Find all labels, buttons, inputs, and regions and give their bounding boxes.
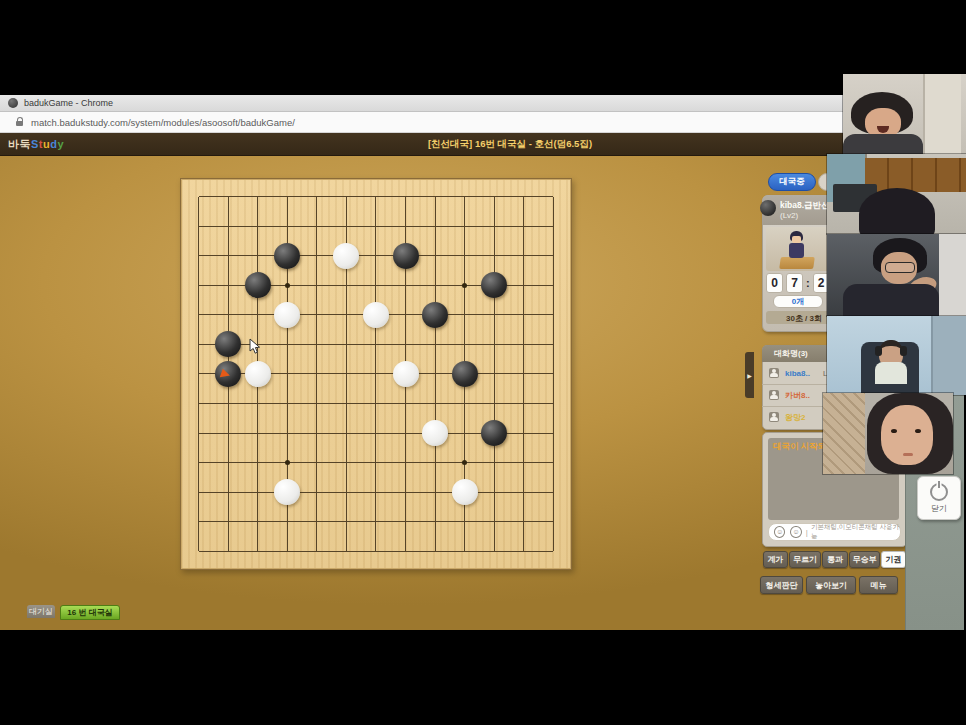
- person-body: [843, 284, 939, 316]
- board-cell[interactable]: [361, 536, 391, 566]
- board-cell[interactable]: [479, 212, 509, 242]
- board-cell[interactable]: [184, 212, 214, 242]
- board-cell[interactable]: [509, 507, 539, 537]
- cabinets: [865, 158, 966, 192]
- board-cell[interactable]: [332, 536, 362, 566]
- board-cell[interactable]: [538, 212, 568, 242]
- board-cell[interactable]: [302, 477, 332, 507]
- smiley-icon[interactable]: ☺: [790, 526, 801, 538]
- board-cell[interactable]: [302, 271, 332, 301]
- timer-digit: 7: [786, 273, 803, 293]
- board-cell[interactable]: [184, 477, 214, 507]
- board-cell[interactable]: [332, 212, 362, 242]
- board-cell[interactable]: [361, 359, 391, 389]
- url-bar[interactable]: match.badukstudy.com/system/modules/asoo…: [0, 112, 963, 133]
- board-cell[interactable]: [243, 477, 273, 507]
- person-body: [875, 362, 907, 384]
- board-cell[interactable]: [302, 389, 332, 419]
- tab-ingame[interactable]: 대국중: [768, 173, 816, 191]
- board-cell[interactable]: [420, 418, 450, 448]
- board-cell[interactable]: [243, 241, 273, 271]
- board-cell[interactable]: [420, 536, 450, 566]
- power-icon: [930, 483, 948, 501]
- go-board: [180, 178, 572, 570]
- window-title: badukGame - Chrome: [24, 98, 113, 108]
- black-stone: [452, 361, 478, 387]
- person-mouth: [903, 453, 913, 456]
- black-stone: [274, 243, 300, 269]
- board-cell[interactable]: [273, 212, 303, 242]
- board-cell[interactable]: [184, 330, 214, 360]
- board-cell[interactable]: [273, 477, 303, 507]
- board-cell[interactable]: [302, 330, 332, 360]
- board-cell[interactable]: [332, 300, 362, 330]
- participant-name: kiba8..: [785, 369, 823, 378]
- board-cell[interactable]: [420, 389, 450, 419]
- white-stone: [245, 361, 271, 387]
- smiley-icon[interactable]: ☺: [774, 526, 785, 538]
- board-cell[interactable]: [214, 536, 244, 566]
- board-cell[interactable]: [302, 507, 332, 537]
- webcam-feed-4: [827, 316, 966, 395]
- board-cell[interactable]: [479, 182, 509, 212]
- board-cell[interactable]: [509, 477, 539, 507]
- captures-badge: 0개: [773, 295, 823, 308]
- black-stone-indicator-icon: [760, 200, 776, 216]
- board-cell[interactable]: [184, 507, 214, 537]
- white-stone: [393, 361, 419, 387]
- board-cell[interactable]: [391, 448, 421, 478]
- person-icon: [769, 368, 779, 378]
- board-cell[interactable]: [273, 389, 303, 419]
- board-cell[interactable]: [214, 241, 244, 271]
- board-cell[interactable]: [391, 330, 421, 360]
- white-stone: [452, 479, 478, 505]
- board-cell[interactable]: [479, 300, 509, 330]
- board-cell[interactable]: [273, 507, 303, 537]
- board-cell[interactable]: [420, 271, 450, 301]
- star-point: [462, 283, 467, 288]
- board-cell[interactable]: [509, 359, 539, 389]
- board-cell[interactable]: [479, 418, 509, 448]
- person-face: [881, 405, 933, 465]
- white-stone: [274, 479, 300, 505]
- black-stone: [393, 243, 419, 269]
- board-cell[interactable]: [302, 241, 332, 271]
- glasses: [885, 262, 915, 273]
- black-stone: [215, 331, 241, 357]
- board-cell[interactable]: [214, 359, 244, 389]
- headphones: [875, 346, 882, 356]
- board-cell[interactable]: [420, 507, 450, 537]
- board-cell[interactable]: [361, 330, 391, 360]
- board-cell[interactable]: [450, 212, 480, 242]
- lock-icon: [16, 121, 23, 126]
- board-cell[interactable]: [538, 389, 568, 419]
- chat-input[interactable]: ☺ ☺ | 기본채팅,이모티콘채팅 사용가능: [768, 523, 901, 541]
- draw-button[interactable]: 무승부: [849, 551, 880, 568]
- board-cell[interactable]: [184, 389, 214, 419]
- window-titlebar[interactable]: badukGame - Chrome: [0, 95, 963, 112]
- board-cell[interactable]: [332, 477, 362, 507]
- board-cell[interactable]: [302, 536, 332, 566]
- board-cell[interactable]: [479, 359, 509, 389]
- byoyomi-text: 30초 / 3회: [786, 313, 822, 324]
- board-cell[interactable]: [509, 448, 539, 478]
- board-cell[interactable]: [391, 359, 421, 389]
- door: [923, 74, 961, 154]
- board-cell[interactable]: [361, 418, 391, 448]
- board-cell[interactable]: [420, 241, 450, 271]
- board-cell[interactable]: [420, 477, 450, 507]
- board-cell[interactable]: [361, 241, 391, 271]
- board-cell[interactable]: [479, 241, 509, 271]
- board-cell[interactable]: [184, 241, 214, 271]
- participants-title: 대화명(3): [774, 348, 808, 359]
- board-cell[interactable]: [509, 182, 539, 212]
- board-cell[interactable]: [332, 241, 362, 271]
- player-level: (Lv2): [780, 211, 798, 220]
- board-cell[interactable]: [332, 418, 362, 448]
- board-cell[interactable]: [214, 477, 244, 507]
- board-cell[interactable]: [391, 212, 421, 242]
- panel-collapse-handle[interactable]: ▶: [745, 352, 754, 398]
- person-hair: [859, 188, 935, 234]
- board-cell[interactable]: [184, 271, 214, 301]
- person-icon: [769, 390, 779, 400]
- board-cell[interactable]: [243, 271, 273, 301]
- board-cell[interactable]: [450, 448, 480, 478]
- board-cell[interactable]: [450, 271, 480, 301]
- board-cell[interactable]: [391, 300, 421, 330]
- board-cell[interactable]: [273, 359, 303, 389]
- board-cell[interactable]: [332, 182, 362, 212]
- tab-game-room-16[interactable]: 16 번 대국실: [60, 605, 120, 620]
- board-cell[interactable]: [243, 212, 273, 242]
- board-cell[interactable]: [214, 182, 244, 212]
- board-cell[interactable]: [214, 418, 244, 448]
- board-cell[interactable]: [332, 271, 362, 301]
- board-cell[interactable]: [538, 359, 568, 389]
- timer-colon: :: [806, 277, 810, 289]
- board-cell[interactable]: [302, 359, 332, 389]
- board-cell[interactable]: [420, 212, 450, 242]
- board-cell[interactable]: [538, 300, 568, 330]
- screen: badukGame - Chrome match.badukstudy.com/…: [0, 0, 966, 725]
- board-cell[interactable]: [420, 359, 450, 389]
- board-cell[interactable]: [450, 536, 480, 566]
- board-cell[interactable]: [509, 536, 539, 566]
- board-cell[interactable]: [509, 418, 539, 448]
- avatar-face: [792, 236, 801, 243]
- board-cell[interactable]: [273, 241, 303, 271]
- webcam-feed-5: [823, 393, 953, 474]
- webcam-feed-3: [827, 234, 966, 316]
- board-cell[interactable]: [273, 536, 303, 566]
- board-cell[interactable]: [509, 271, 539, 301]
- star-point: [285, 283, 290, 288]
- chat-input-hint: 기본채팅,이모티콘채팅 사용가능: [811, 523, 900, 541]
- board-cell[interactable]: [273, 271, 303, 301]
- board-cell[interactable]: [450, 477, 480, 507]
- board-cell[interactable]: [450, 300, 480, 330]
- board-cell[interactable]: [361, 271, 391, 301]
- person-icon: [769, 412, 779, 422]
- chrome-favicon-icon: [8, 98, 18, 108]
- black-stone: [481, 420, 507, 446]
- resign-button[interactable]: 기권: [881, 551, 906, 568]
- board-cell[interactable]: [450, 389, 480, 419]
- board-cell[interactable]: [243, 300, 273, 330]
- board-cell[interactable]: [479, 507, 509, 537]
- room-title: [친선대국] 16번 대국실 - 호선(덤6.5집): [360, 138, 660, 151]
- board-cell[interactable]: [361, 389, 391, 419]
- board-cell[interactable]: [479, 477, 509, 507]
- star-point: [462, 460, 467, 465]
- board-cell[interactable]: [302, 212, 332, 242]
- black-stone: [245, 272, 271, 298]
- person-eye: [915, 429, 921, 433]
- board-cell[interactable]: [538, 536, 568, 566]
- board-cell[interactable]: [184, 300, 214, 330]
- board-cell[interactable]: [273, 182, 303, 212]
- url-text: match.badukstudy.com/system/modules/asoo…: [31, 117, 295, 128]
- black-stone: [422, 302, 448, 328]
- board-cell[interactable]: [538, 418, 568, 448]
- board-cell[interactable]: [184, 359, 214, 389]
- board-cell[interactable]: [391, 477, 421, 507]
- webcam-feed-1: [843, 74, 966, 154]
- board-cell[interactable]: [361, 507, 391, 537]
- board-cell[interactable]: [273, 418, 303, 448]
- participant-name: 왕망2: [785, 412, 823, 423]
- board-cell[interactable]: [361, 212, 391, 242]
- board-cell[interactable]: [450, 507, 480, 537]
- board-cell[interactable]: [420, 300, 450, 330]
- participant-name: 카버8..: [785, 390, 823, 401]
- board-cell[interactable]: [479, 536, 509, 566]
- board-cell[interactable]: [391, 389, 421, 419]
- board-cell[interactable]: [214, 507, 244, 537]
- board-cell[interactable]: [184, 448, 214, 478]
- board-cell[interactable]: [479, 330, 509, 360]
- white-stone: [422, 420, 448, 446]
- board-cell[interactable]: [273, 448, 303, 478]
- camera-close-button[interactable]: 닫기: [917, 476, 961, 520]
- board-cell[interactable]: [450, 418, 480, 448]
- arrow-right-icon: ▶: [747, 372, 752, 379]
- menu-button[interactable]: 메뉴: [859, 576, 898, 594]
- board-cell[interactable]: [391, 271, 421, 301]
- board-cell[interactable]: [214, 389, 244, 419]
- board-cell[interactable]: [538, 241, 568, 271]
- pass-button[interactable]: 통과: [822, 551, 848, 568]
- board-cell[interactable]: [450, 241, 480, 271]
- board-cell[interactable]: [361, 448, 391, 478]
- board-cell[interactable]: [509, 212, 539, 242]
- avatar-podium: [779, 257, 815, 269]
- board-cell[interactable]: [391, 536, 421, 566]
- undo-button[interactable]: 무르기: [789, 551, 821, 568]
- board-cell[interactable]: [214, 271, 244, 301]
- board-cell[interactable]: [214, 330, 244, 360]
- board-cell[interactable]: [479, 389, 509, 419]
- board-cell[interactable]: [243, 507, 273, 537]
- board-cell[interactable]: [538, 182, 568, 212]
- board-cell[interactable]: [243, 448, 273, 478]
- board-cell[interactable]: [184, 182, 214, 212]
- board-cell[interactable]: [214, 448, 244, 478]
- board-cell[interactable]: [243, 182, 273, 212]
- board-cell[interactable]: [361, 477, 391, 507]
- board-cell[interactable]: [420, 448, 450, 478]
- board-cell[interactable]: [184, 418, 214, 448]
- board-cell[interactable]: [273, 300, 303, 330]
- board-cell[interactable]: [214, 212, 244, 242]
- board-cell[interactable]: [391, 241, 421, 271]
- board-cell[interactable]: [302, 300, 332, 330]
- board-cell[interactable]: [184, 536, 214, 566]
- board-cell[interactable]: [479, 271, 509, 301]
- board-cell[interactable]: [243, 359, 273, 389]
- board-cell[interactable]: [243, 389, 273, 419]
- board-cell[interactable]: [332, 389, 362, 419]
- star-point: [285, 460, 290, 465]
- board-cell[interactable]: [479, 448, 509, 478]
- count-button[interactable]: 계가: [763, 551, 788, 568]
- board-cell[interactable]: [509, 389, 539, 419]
- black-stone: [481, 272, 507, 298]
- board-cell[interactable]: [361, 300, 391, 330]
- person-body: [843, 134, 923, 154]
- board-cell[interactable]: [538, 271, 568, 301]
- person-eye: [891, 429, 897, 433]
- tab-waiting-room[interactable]: 대기실: [27, 605, 55, 618]
- board-cell[interactable]: [243, 418, 273, 448]
- board-cell[interactable]: [509, 330, 539, 360]
- headphones: [900, 346, 907, 356]
- board-cell[interactable]: [332, 359, 362, 389]
- board-cell[interactable]: [361, 182, 391, 212]
- timer-digit: 0: [766, 273, 783, 293]
- board-cell[interactable]: [332, 507, 362, 537]
- webcam-feed-2: [827, 154, 966, 234]
- board-cell[interactable]: [450, 182, 480, 212]
- board-cell[interactable]: [302, 418, 332, 448]
- board-cell[interactable]: [332, 448, 362, 478]
- goban-grid: [184, 182, 568, 566]
- white-stone: [274, 302, 300, 328]
- door: [931, 316, 966, 395]
- board-cell[interactable]: [391, 182, 421, 212]
- board-cell[interactable]: [214, 300, 244, 330]
- mouse-cursor: [249, 338, 261, 360]
- input-separator: |: [806, 528, 808, 537]
- board-cell[interactable]: [450, 359, 480, 389]
- trial-play-button[interactable]: 놓아보기: [806, 576, 856, 594]
- black-stone: [215, 361, 241, 387]
- fridge: [939, 234, 966, 316]
- board-cell[interactable]: [302, 448, 332, 478]
- board-cell[interactable]: [332, 330, 362, 360]
- board-cell[interactable]: [420, 182, 450, 212]
- board-cell[interactable]: [509, 241, 539, 271]
- board-cell[interactable]: [391, 507, 421, 537]
- site-logo[interactable]: 바둑Study: [8, 137, 64, 152]
- board-cell[interactable]: [273, 330, 303, 360]
- white-stone: [363, 302, 389, 328]
- board-cell[interactable]: [538, 330, 568, 360]
- board-cell[interactable]: [509, 300, 539, 330]
- board-cell[interactable]: [538, 507, 568, 537]
- avatar-body: [789, 243, 804, 258]
- curtain: [823, 393, 865, 474]
- estimate-button[interactable]: 형세판단: [760, 576, 803, 594]
- board-cell[interactable]: [243, 536, 273, 566]
- board-cell[interactable]: [450, 330, 480, 360]
- board-cell[interactable]: [391, 418, 421, 448]
- board-cell[interactable]: [302, 182, 332, 212]
- board-cell[interactable]: [420, 330, 450, 360]
- white-stone: [333, 243, 359, 269]
- board-cell[interactable]: [538, 477, 568, 507]
- board-cell[interactable]: [538, 448, 568, 478]
